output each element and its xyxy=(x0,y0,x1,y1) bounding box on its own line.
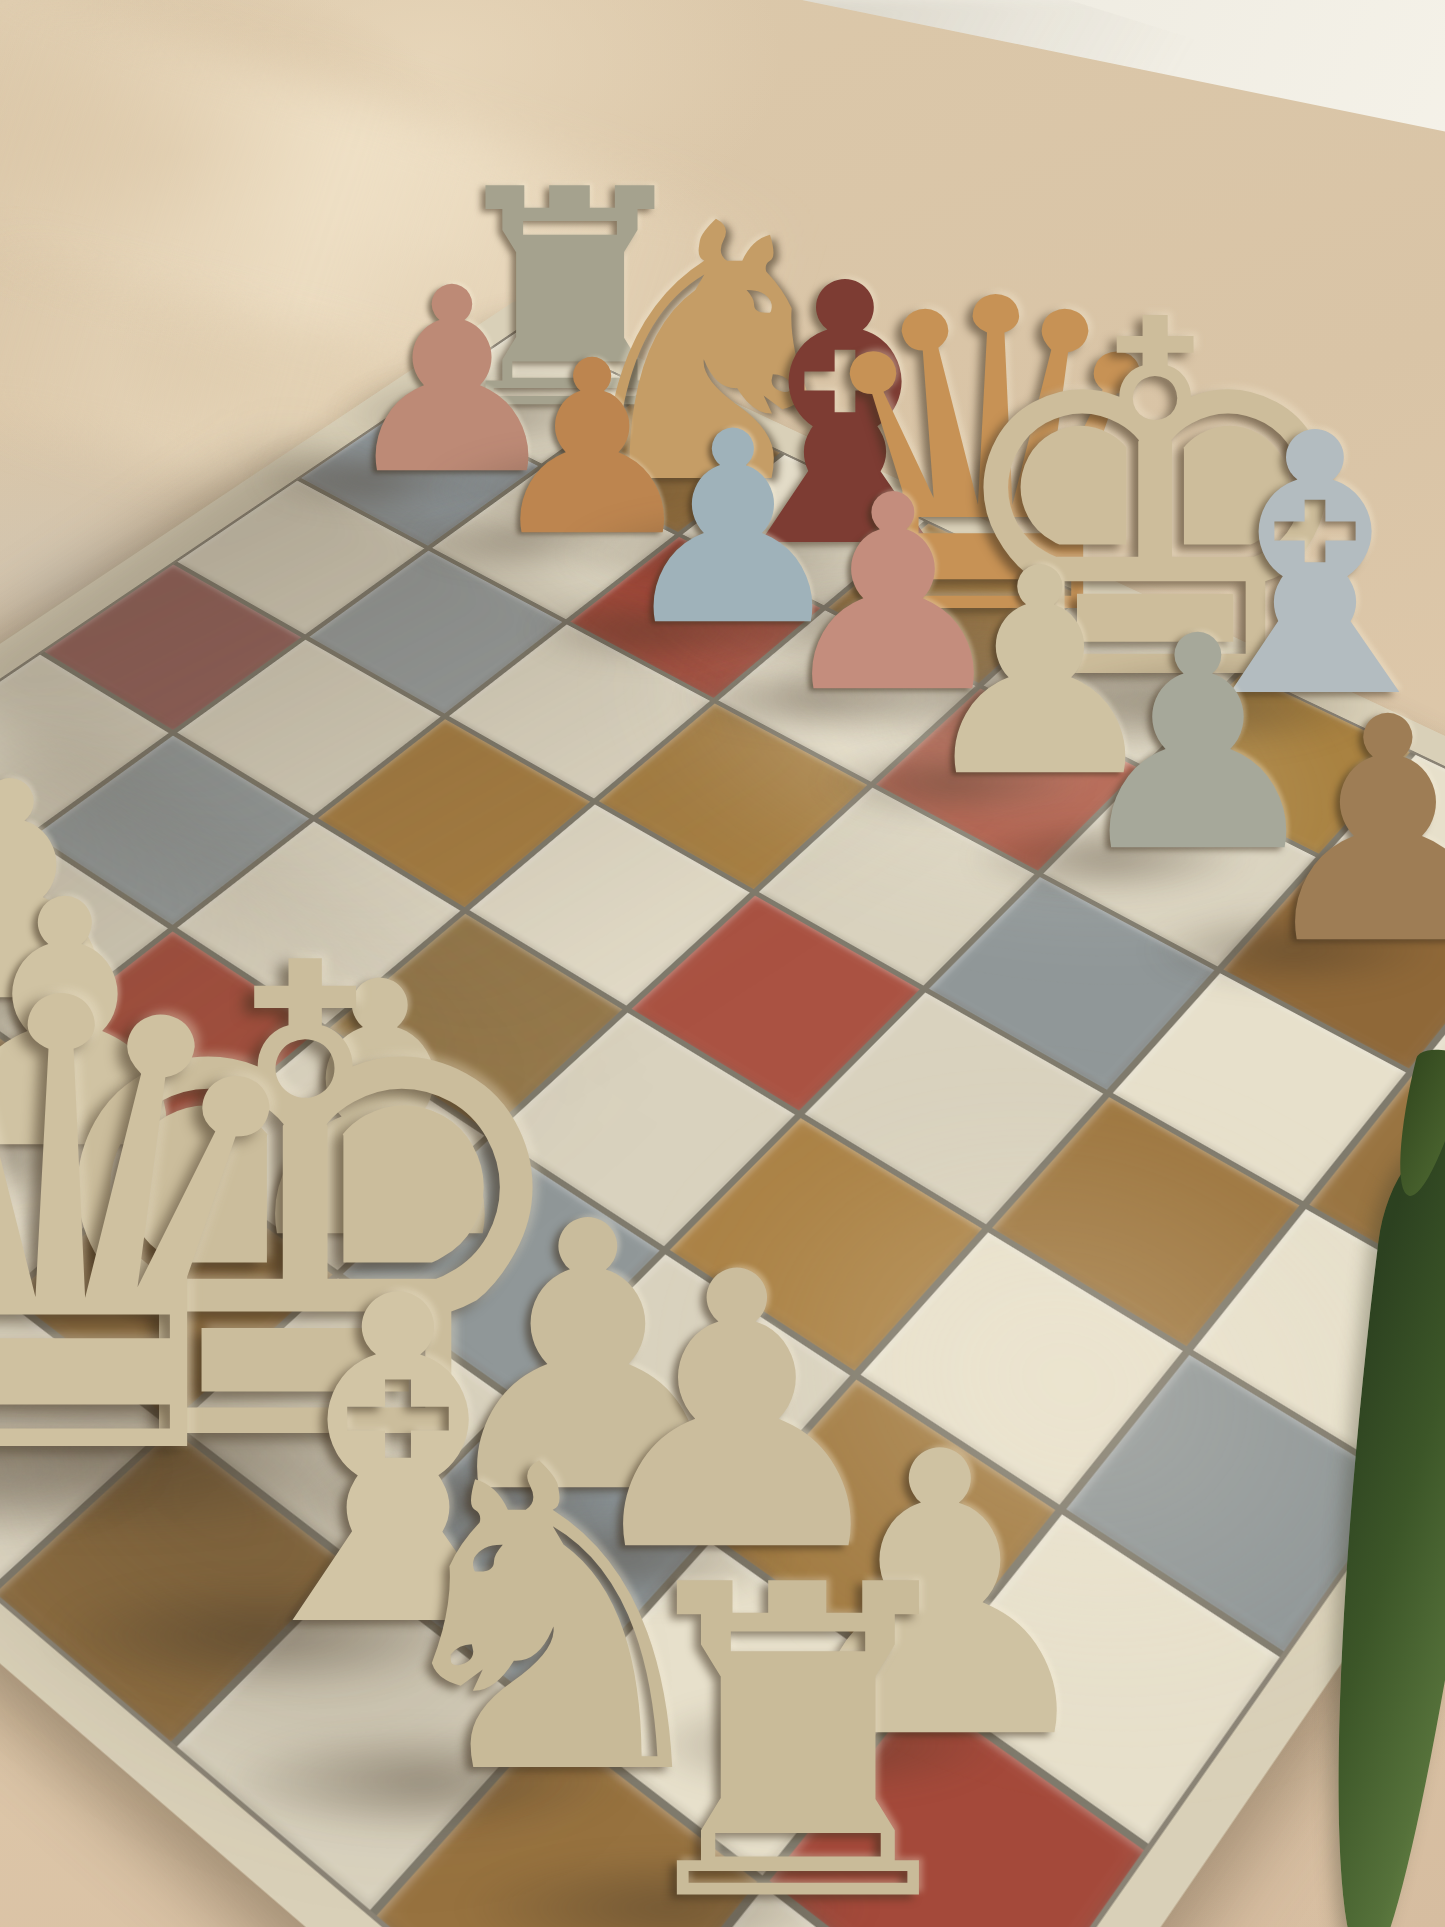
photo-stage: ♜♞♝♛♚♝♟♟♟♟♟♟♟♟♟♟♟♟♟♛♚♝♞♜ xyxy=(0,0,1445,1927)
white-rook-h1[interactable]: ♜ xyxy=(605,1530,991,1927)
black-pawn-g7[interactable]: ♟ xyxy=(1249,677,1445,987)
